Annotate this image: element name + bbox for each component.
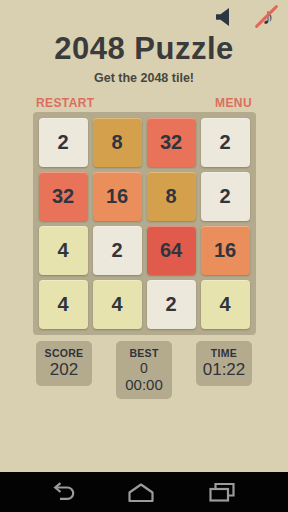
volume-icon-glyph — [215, 7, 235, 27]
tile-32: 32 — [39, 172, 88, 221]
home-button[interactable] — [126, 481, 156, 503]
tile-4: 4 — [39, 226, 88, 275]
tile-16: 16 — [201, 226, 250, 275]
volume-icon[interactable] — [212, 4, 238, 30]
tile-64: 64 — [147, 226, 196, 275]
controls-row: RESTART MENU — [36, 96, 252, 110]
restart-button[interactable]: RESTART — [36, 96, 95, 110]
time-panel: TIME 01:22 — [196, 341, 252, 386]
recents-button[interactable] — [207, 481, 237, 503]
menu-button[interactable]: MENU — [215, 96, 252, 110]
tile-16: 16 — [93, 172, 142, 221]
best-time-value: 00:00 — [116, 376, 172, 393]
tile-4: 4 — [201, 280, 250, 329]
android-navbar — [0, 472, 288, 512]
tile-4: 4 — [93, 280, 142, 329]
back-button[interactable] — [49, 481, 79, 503]
page-subtitle: Get the 2048 tile! — [0, 71, 288, 85]
game-board[interactable]: 283223216824264164424 — [33, 112, 256, 335]
page-title: 2048 Puzzle — [0, 32, 288, 66]
status-icons: ♪ — [212, 4, 280, 30]
tile-2: 2 — [147, 280, 196, 329]
tile-2: 2 — [201, 118, 250, 167]
tile-8: 8 — [147, 172, 196, 221]
best-panel: BEST 0 00:00 — [116, 341, 172, 399]
tile-8: 8 — [93, 118, 142, 167]
tile-32: 32 — [147, 118, 196, 167]
tile-2: 2 — [201, 172, 250, 221]
screen: ♪ 2048 Puzzle Get the 2048 tile! RESTART… — [0, 0, 288, 512]
stats-row: SCORE 202 BEST 0 00:00 TIME 01:22 — [0, 341, 288, 399]
recents-icon — [207, 481, 237, 503]
music-muted-icon[interactable]: ♪ — [254, 4, 280, 30]
time-value: 01:22 — [196, 360, 252, 380]
tile-2: 2 — [93, 226, 142, 275]
score-panel: SCORE 202 — [36, 341, 92, 386]
home-icon — [126, 481, 156, 503]
best-label: BEST — [116, 346, 172, 360]
tile-2: 2 — [39, 118, 88, 167]
score-label: SCORE — [36, 346, 92, 360]
time-label: TIME — [196, 346, 252, 360]
score-value: 202 — [36, 360, 92, 380]
tile-4: 4 — [39, 280, 88, 329]
back-icon — [49, 481, 79, 503]
best-score-value: 0 — [116, 360, 172, 376]
